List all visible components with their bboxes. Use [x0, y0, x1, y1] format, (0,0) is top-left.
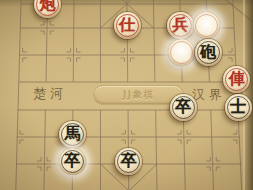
black-soldier[interactable]: 卒: [115, 148, 142, 175]
piece-ring: [170, 41, 193, 64]
piece-character: 卒: [175, 93, 191, 120]
app-logo-pill: JJ象棋: [94, 86, 183, 104]
piece-character: 仕: [119, 11, 135, 38]
piece-character: 士: [230, 93, 246, 120]
river-label-left: 楚河: [33, 85, 67, 103]
red-advisor[interactable]: 仕: [114, 12, 141, 39]
black-horse[interactable]: 馬: [59, 121, 86, 148]
piece-character: 俥: [229, 65, 245, 92]
black-soldier[interactable]: 卒: [59, 148, 86, 175]
red-soldier[interactable]: 兵: [167, 12, 194, 39]
black-advisor[interactable]: 士: [225, 94, 252, 121]
hidden-piece[interactable]: [193, 12, 220, 39]
black-cannon[interactable]: 砲: [195, 39, 222, 66]
piece-character: 砲: [200, 38, 216, 65]
black-soldier[interactable]: 卒: [170, 94, 197, 121]
piece-character: 卒: [64, 147, 80, 174]
hidden-piece[interactable]: [168, 39, 195, 66]
piece-character: 炮: [40, 0, 56, 17]
river-label-right: 汉界: [192, 86, 226, 104]
xiangqi-board[interactable]: 楚河 汉界 JJ象棋 炮仕兵砲俥卒士馬卒卒: [0, 0, 253, 190]
piece-character: 馬: [65, 120, 81, 147]
piece-character: 卒: [121, 147, 137, 174]
app-logo-text: JJ象棋: [123, 88, 154, 102]
piece-ring: [195, 14, 218, 37]
piece-character: 兵: [172, 11, 188, 38]
red-chariot[interactable]: 俥: [223, 66, 250, 93]
